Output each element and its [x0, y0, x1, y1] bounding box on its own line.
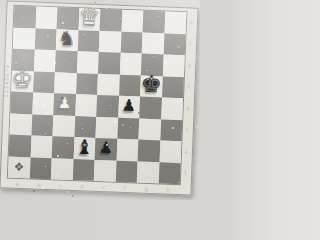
file-label-a: a [6, 179, 28, 190]
square-b3[interactable] [31, 114, 53, 136]
square-d2[interactable]: ♝ [73, 137, 95, 159]
photograph: ♛♞♚♚♟♟♝♟❖ abcdefgh 87654321 12345678 [0, 0, 200, 200]
square-g3[interactable] [138, 118, 160, 140]
black-knight[interactable]: ♞ [58, 28, 77, 49]
black-bishop[interactable]: ♝ [75, 136, 94, 157]
square-e5[interactable] [97, 73, 119, 95]
square-a7[interactable] [13, 27, 35, 49]
square-c6[interactable] [55, 50, 77, 72]
square-f5[interactable] [119, 74, 141, 96]
square-h8[interactable] [164, 11, 186, 33]
square-f7[interactable] [120, 31, 142, 53]
square-b5[interactable] [33, 71, 55, 93]
square-c7[interactable]: ♞ [56, 29, 78, 51]
black-pawn[interactable]: ♟ [98, 140, 113, 157]
square-g5[interactable]: ♚ [140, 75, 162, 97]
photo-of-chess-board: { "game": "chess", "position": "3Q4/2n5/… [0, 0, 200, 200]
square-a2[interactable] [9, 135, 31, 157]
square-d1[interactable] [72, 159, 94, 181]
square-h4[interactable] [161, 97, 183, 119]
dust-speck [196, 126, 198, 128]
square-f2[interactable] [116, 139, 138, 161]
file-label-d: d [71, 181, 93, 192]
square-h3[interactable] [160, 119, 182, 141]
chess-board-grid: ♛♞♚♚♟♟♝♟❖ [7, 5, 188, 186]
square-c3[interactable] [52, 115, 74, 137]
white-king[interactable]: ♚ [11, 67, 33, 92]
square-d6[interactable] [76, 51, 98, 73]
square-h7[interactable] [163, 33, 185, 55]
square-b4[interactable] [32, 92, 54, 114]
square-e8[interactable] [100, 9, 122, 31]
square-g2[interactable] [138, 140, 160, 162]
board-rotation-wrapper: ♛♞♚♚♟♟♝♟❖ abcdefgh 87654321 12345678 [0, 0, 199, 195]
rank-label-1: 1 [180, 162, 191, 184]
square-d7[interactable] [77, 30, 99, 52]
black-king[interactable]: ♚ [140, 72, 162, 97]
file-label-c: c [49, 180, 71, 191]
square-d5[interactable] [76, 73, 98, 95]
white-pawn[interactable]: ♟ [57, 95, 72, 112]
file-label-e: e [92, 182, 114, 193]
square-h6[interactable] [162, 54, 184, 76]
dust-speck [67, 191, 69, 193]
square-a1[interactable]: ❖ [8, 156, 30, 178]
rank-label-6: 6 [184, 54, 195, 76]
square-g7[interactable] [142, 32, 164, 54]
dust-speck [195, 125, 196, 126]
file-label-f: f [114, 183, 136, 194]
square-f4[interactable]: ♟ [118, 96, 140, 118]
square-c5[interactable] [54, 72, 76, 94]
square-a8[interactable] [14, 6, 36, 28]
square-e6[interactable] [98, 52, 120, 74]
rank-label-5: 5 [183, 76, 194, 98]
square-h5[interactable] [162, 76, 184, 98]
rank-label-2: 2 [181, 140, 192, 162]
square-e2[interactable]: ♟ [95, 138, 117, 160]
square-a5[interactable]: ♚ [11, 70, 33, 92]
square-b7[interactable] [34, 28, 56, 50]
square-b6[interactable] [33, 49, 55, 71]
rank-label-3: 3 [181, 119, 192, 141]
square-h2[interactable] [159, 140, 181, 162]
square-c1[interactable] [51, 158, 73, 180]
rank-label-4: 4 [182, 97, 193, 119]
rank-label-7: 7 [185, 33, 196, 55]
square-a3[interactable] [10, 113, 32, 135]
white-queen[interactable]: ♛ [78, 5, 100, 30]
square-e7[interactable] [99, 30, 121, 52]
black-pawn[interactable]: ♟ [122, 97, 137, 114]
square-f1[interactable] [115, 160, 137, 182]
corner-emblem-icon: ❖ [13, 160, 24, 174]
rank-label-8: 8 [186, 11, 197, 33]
square-g8[interactable] [143, 11, 165, 33]
dust-speck [33, 190, 35, 192]
square-d8[interactable]: ♛ [78, 8, 100, 30]
square-h1[interactable] [158, 162, 180, 184]
file-label-g: g [135, 183, 157, 194]
file-label-b: b [28, 179, 50, 190]
square-e1[interactable] [94, 159, 116, 181]
square-g1[interactable] [137, 161, 159, 183]
square-e4[interactable] [96, 95, 118, 117]
square-a4[interactable] [10, 92, 32, 114]
square-d4[interactable] [75, 94, 97, 116]
square-b1[interactable] [29, 157, 51, 179]
dust-speck [72, 195, 74, 197]
square-c4[interactable]: ♟ [53, 93, 75, 115]
square-g4[interactable] [139, 97, 161, 119]
square-f8[interactable] [121, 10, 143, 32]
square-b8[interactable] [35, 7, 57, 29]
file-label-h: h [157, 184, 179, 195]
square-f3[interactable] [117, 117, 139, 139]
square-e3[interactable] [95, 116, 117, 138]
chess-board: ♛♞♚♚♟♟♝♟❖ abcdefgh 87654321 12345678 [0, 0, 199, 195]
square-c2[interactable] [52, 136, 74, 158]
square-b2[interactable] [30, 135, 52, 157]
square-f6[interactable] [119, 53, 141, 75]
